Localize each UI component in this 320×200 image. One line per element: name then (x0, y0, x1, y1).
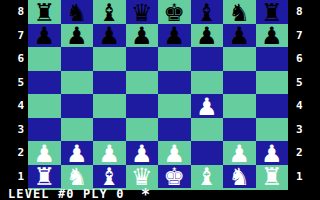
square-c1[interactable]: ♝ (93, 165, 126, 189)
piece-white-pawn: ♟ (228, 142, 250, 165)
square-e3[interactable] (158, 118, 191, 142)
square-h3[interactable] (256, 118, 289, 142)
square-g2[interactable]: ♟ (223, 141, 256, 165)
square-f1[interactable]: ♝ (191, 165, 224, 189)
piece-black-king: ♚ (163, 1, 185, 24)
square-c6[interactable] (93, 47, 126, 71)
piece-white-pawn: ♟ (98, 142, 120, 165)
square-f7[interactable]: ♟ (191, 24, 224, 48)
piece-white-bishop: ♝ (196, 165, 218, 188)
square-g8[interactable]: ♞ (223, 0, 256, 24)
square-e1[interactable]: ♚ (158, 165, 191, 189)
rank-label-left-4: 4 (0, 94, 28, 118)
rank-label-right-3: 3 (288, 118, 320, 142)
square-b2[interactable]: ♟ (61, 141, 94, 165)
square-b7[interactable]: ♟ (61, 24, 94, 48)
square-h1[interactable]: ♜ (256, 165, 289, 189)
square-c5[interactable] (93, 71, 126, 95)
square-g5[interactable] (223, 71, 256, 95)
rank-label-left-6: 6 (0, 47, 28, 71)
square-e2[interactable]: ♟ (158, 141, 191, 165)
square-e8[interactable]: ♚ (158, 0, 191, 24)
piece-white-pawn: ♟ (33, 142, 55, 165)
square-h8[interactable]: ♜ (256, 0, 289, 24)
square-g4[interactable] (223, 94, 256, 118)
square-g1[interactable]: ♞ (223, 165, 256, 189)
square-a8[interactable]: ♜ (28, 0, 61, 24)
square-h2[interactable]: ♟ (256, 141, 289, 165)
rank-labels-right: 87654321 (288, 0, 320, 188)
square-e5[interactable] (158, 71, 191, 95)
rank-label-right-6: 6 (288, 47, 320, 71)
piece-white-pawn: ♟ (196, 95, 218, 118)
piece-black-rook: ♜ (33, 1, 55, 24)
square-e7[interactable]: ♟ (158, 24, 191, 48)
square-g7[interactable]: ♟ (223, 24, 256, 48)
piece-white-pawn: ♟ (131, 142, 153, 165)
square-b4[interactable] (61, 94, 94, 118)
turn-indicator-asterisk: * (141, 188, 150, 200)
square-h5[interactable] (256, 71, 289, 95)
chess-board: ♜♞♝♛♚♝♞♜♟♟♟♟♟♟♟♟♟♟♟♟♟♟♟♟♜♞♝♛♚♝♞♜ (28, 0, 288, 190)
square-e6[interactable] (158, 47, 191, 71)
rank-label-right-5: 5 (288, 71, 320, 95)
square-h7[interactable]: ♟ (256, 24, 289, 48)
piece-white-pawn: ♟ (261, 142, 283, 165)
square-d2[interactable]: ♟ (126, 141, 159, 165)
square-b5[interactable] (61, 71, 94, 95)
square-c2[interactable]: ♟ (93, 141, 126, 165)
rank-label-right-8: 8 (288, 0, 320, 24)
rank-label-right-1: 1 (288, 165, 320, 189)
square-b3[interactable] (61, 118, 94, 142)
square-a7[interactable]: ♟ (28, 24, 61, 48)
square-h4[interactable] (256, 94, 289, 118)
square-f8[interactable]: ♝ (191, 0, 224, 24)
rank-label-right-4: 4 (288, 94, 320, 118)
piece-white-bishop: ♝ (98, 165, 120, 188)
square-f3[interactable] (191, 118, 224, 142)
square-f5[interactable] (191, 71, 224, 95)
rank-label-right-7: 7 (288, 24, 320, 48)
piece-black-knight: ♞ (66, 1, 88, 24)
square-g3[interactable] (223, 118, 256, 142)
piece-white-rook: ♜ (261, 165, 283, 188)
square-b1[interactable]: ♞ (61, 165, 94, 189)
piece-white-rook: ♜ (33, 165, 55, 188)
square-a3[interactable] (28, 118, 61, 142)
piece-black-knight: ♞ (228, 1, 250, 24)
chess-app-screen: 87654321 ♜♞♝♛♚♝♞♜♟♟♟♟♟♟♟♟♟♟♟♟♟♟♟♟♜♞♝♛♚♝♞… (0, 0, 320, 200)
square-d6[interactable] (126, 47, 159, 71)
square-f4[interactable]: ♟ (191, 94, 224, 118)
piece-black-pawn: ♟ (228, 24, 250, 47)
piece-white-king: ♚ (163, 165, 185, 188)
square-c8[interactable]: ♝ (93, 0, 126, 24)
square-f6[interactable] (191, 47, 224, 71)
square-d3[interactable] (126, 118, 159, 142)
piece-black-pawn: ♟ (33, 24, 55, 47)
piece-black-pawn: ♟ (261, 24, 283, 47)
square-g6[interactable] (223, 47, 256, 71)
square-d1[interactable]: ♛ (126, 165, 159, 189)
piece-black-queen: ♛ (131, 1, 153, 24)
piece-black-pawn: ♟ (163, 24, 185, 47)
piece-white-knight: ♞ (66, 165, 88, 188)
rank-label-right-2: 2 (288, 141, 320, 165)
square-e4[interactable] (158, 94, 191, 118)
rank-label-left-8: 8 (0, 0, 28, 24)
square-a6[interactable] (28, 47, 61, 71)
rank-label-left-5: 5 (0, 71, 28, 95)
square-d5[interactable] (126, 71, 159, 95)
square-c7[interactable]: ♟ (93, 24, 126, 48)
square-d4[interactable] (126, 94, 159, 118)
square-h6[interactable] (256, 47, 289, 71)
piece-black-pawn: ♟ (131, 24, 153, 47)
square-d8[interactable]: ♛ (126, 0, 159, 24)
piece-white-pawn: ♟ (163, 142, 185, 165)
square-a1[interactable]: ♜ (28, 165, 61, 189)
piece-black-pawn: ♟ (66, 24, 88, 47)
piece-white-queen: ♛ (131, 165, 153, 188)
square-a5[interactable] (28, 71, 61, 95)
piece-black-pawn: ♟ (196, 24, 218, 47)
piece-white-knight: ♞ (228, 165, 250, 188)
square-c3[interactable] (93, 118, 126, 142)
square-d7[interactable]: ♟ (126, 24, 159, 48)
rank-labels-left: 87654321 (0, 0, 28, 188)
rank-label-left-1: 1 (0, 165, 28, 189)
rank-label-left-3: 3 (0, 118, 28, 142)
square-b8[interactable]: ♞ (61, 0, 94, 24)
square-a4[interactable] (28, 94, 61, 118)
status-text: LEVEL #0 PLY 0 (8, 190, 125, 199)
rank-label-left-7: 7 (0, 24, 28, 48)
piece-black-bishop: ♝ (98, 1, 120, 24)
piece-black-pawn: ♟ (98, 24, 120, 47)
piece-white-pawn: ♟ (66, 142, 88, 165)
square-a2[interactable]: ♟ (28, 141, 61, 165)
piece-black-bishop: ♝ (196, 1, 218, 24)
square-f2[interactable] (191, 141, 224, 165)
square-b6[interactable] (61, 47, 94, 71)
piece-black-rook: ♜ (261, 1, 283, 24)
rank-label-left-2: 2 (0, 141, 28, 165)
square-c4[interactable] (93, 94, 126, 118)
